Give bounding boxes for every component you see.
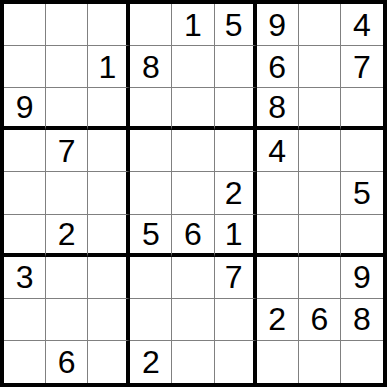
cell-r6c5[interactable]: 6 [172, 215, 214, 257]
cell-r3c2[interactable] [46, 88, 88, 130]
sudoku-board: 15941867987425256137926862 [0, 0, 387, 387]
cell-r7c4[interactable] [130, 257, 172, 299]
cell-r7c7[interactable] [257, 257, 299, 299]
cell-r5c5[interactable] [172, 172, 214, 214]
cell-r2c6[interactable] [215, 46, 257, 88]
cell-r3c3[interactable] [88, 88, 130, 130]
cell-r2c1[interactable] [4, 46, 46, 88]
cell-r5c6[interactable]: 2 [215, 172, 257, 214]
cell-r1c5[interactable]: 1 [172, 4, 214, 46]
cell-r4c4[interactable] [130, 130, 172, 172]
cell-r2c9[interactable]: 7 [341, 46, 383, 88]
cell-r4c6[interactable] [215, 130, 257, 172]
cell-r8c4[interactable] [130, 299, 172, 341]
cell-r2c5[interactable] [172, 46, 214, 88]
cell-r7c2[interactable] [46, 257, 88, 299]
cell-r7c6[interactable]: 7 [215, 257, 257, 299]
cell-r6c6[interactable]: 1 [215, 215, 257, 257]
cell-r8c9[interactable]: 8 [341, 299, 383, 341]
cell-r7c5[interactable] [172, 257, 214, 299]
cell-r6c7[interactable] [257, 215, 299, 257]
cell-r9c8[interactable] [299, 341, 341, 383]
cell-r5c8[interactable] [299, 172, 341, 214]
cell-r6c2[interactable]: 2 [46, 215, 88, 257]
cell-r2c3[interactable]: 1 [88, 46, 130, 88]
cell-r9c7[interactable] [257, 341, 299, 383]
cell-r5c3[interactable] [88, 172, 130, 214]
cell-r1c7[interactable]: 9 [257, 4, 299, 46]
cell-r7c3[interactable] [88, 257, 130, 299]
cell-r3c1[interactable]: 9 [4, 88, 46, 130]
cell-r3c4[interactable] [130, 88, 172, 130]
cell-r1c2[interactable] [46, 4, 88, 46]
cell-r9c6[interactable] [215, 341, 257, 383]
cell-r9c3[interactable] [88, 341, 130, 383]
cell-r5c2[interactable] [46, 172, 88, 214]
cell-r5c1[interactable] [4, 172, 46, 214]
cell-r9c1[interactable] [4, 341, 46, 383]
cell-r4c5[interactable] [172, 130, 214, 172]
cell-r9c9[interactable] [341, 341, 383, 383]
cell-r8c5[interactable] [172, 299, 214, 341]
cell-r8c3[interactable] [88, 299, 130, 341]
cell-r4c9[interactable] [341, 130, 383, 172]
cell-r8c2[interactable] [46, 299, 88, 341]
cell-r4c7[interactable]: 4 [257, 130, 299, 172]
cell-r1c1[interactable] [4, 4, 46, 46]
cell-r4c3[interactable] [88, 130, 130, 172]
cell-r6c4[interactable]: 5 [130, 215, 172, 257]
cell-r4c1[interactable] [4, 130, 46, 172]
cell-r1c6[interactable]: 5 [215, 4, 257, 46]
cell-r1c3[interactable] [88, 4, 130, 46]
cell-r4c2[interactable]: 7 [46, 130, 88, 172]
cell-r3c9[interactable] [341, 88, 383, 130]
cell-r5c9[interactable]: 5 [341, 172, 383, 214]
cell-r3c5[interactable] [172, 88, 214, 130]
cell-r3c8[interactable] [299, 88, 341, 130]
cell-r1c9[interactable]: 4 [341, 4, 383, 46]
cell-r9c4[interactable]: 2 [130, 341, 172, 383]
cell-r8c8[interactable]: 6 [299, 299, 341, 341]
cell-r6c1[interactable] [4, 215, 46, 257]
cell-r1c4[interactable] [130, 4, 172, 46]
cell-r9c5[interactable] [172, 341, 214, 383]
cell-r6c9[interactable] [341, 215, 383, 257]
cell-r4c8[interactable] [299, 130, 341, 172]
cell-r1c8[interactable] [299, 4, 341, 46]
cell-r8c6[interactable] [215, 299, 257, 341]
cell-r8c1[interactable] [4, 299, 46, 341]
cell-r6c8[interactable] [299, 215, 341, 257]
cell-r5c7[interactable] [257, 172, 299, 214]
cell-r2c8[interactable] [299, 46, 341, 88]
cell-r2c2[interactable] [46, 46, 88, 88]
cell-r5c4[interactable] [130, 172, 172, 214]
cell-r7c9[interactable]: 9 [341, 257, 383, 299]
cell-r7c8[interactable] [299, 257, 341, 299]
cell-r2c4[interactable]: 8 [130, 46, 172, 88]
cell-r7c1[interactable]: 3 [4, 257, 46, 299]
cell-r3c6[interactable] [215, 88, 257, 130]
cell-r3c7[interactable]: 8 [257, 88, 299, 130]
cell-r2c7[interactable]: 6 [257, 46, 299, 88]
cell-r8c7[interactable]: 2 [257, 299, 299, 341]
cell-r6c3[interactable] [88, 215, 130, 257]
cell-r9c2[interactable]: 6 [46, 341, 88, 383]
